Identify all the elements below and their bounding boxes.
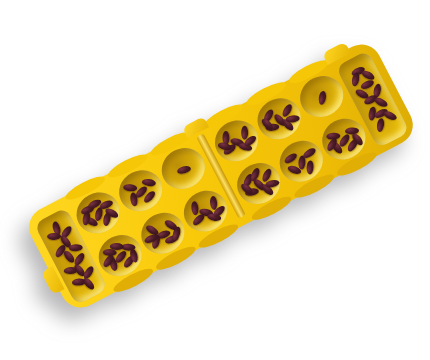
seed [382, 109, 398, 121]
hinge-latch-tab [182, 116, 209, 138]
seed [81, 276, 96, 291]
seed [47, 232, 61, 239]
seed [110, 243, 124, 250]
seed [190, 200, 199, 215]
seed [376, 117, 385, 132]
seed [241, 125, 248, 139]
seed [176, 164, 191, 174]
seed [306, 160, 314, 174]
seed [373, 96, 389, 109]
seed [301, 146, 317, 160]
seed [239, 181, 254, 195]
seed [359, 78, 375, 90]
seed [283, 151, 299, 165]
mancala-board-wrapper [25, 122, 417, 230]
seed [123, 183, 138, 192]
photo-background [0, 0, 430, 360]
seed [318, 90, 327, 105]
mancala-board [22, 38, 420, 315]
seed [68, 243, 82, 251]
